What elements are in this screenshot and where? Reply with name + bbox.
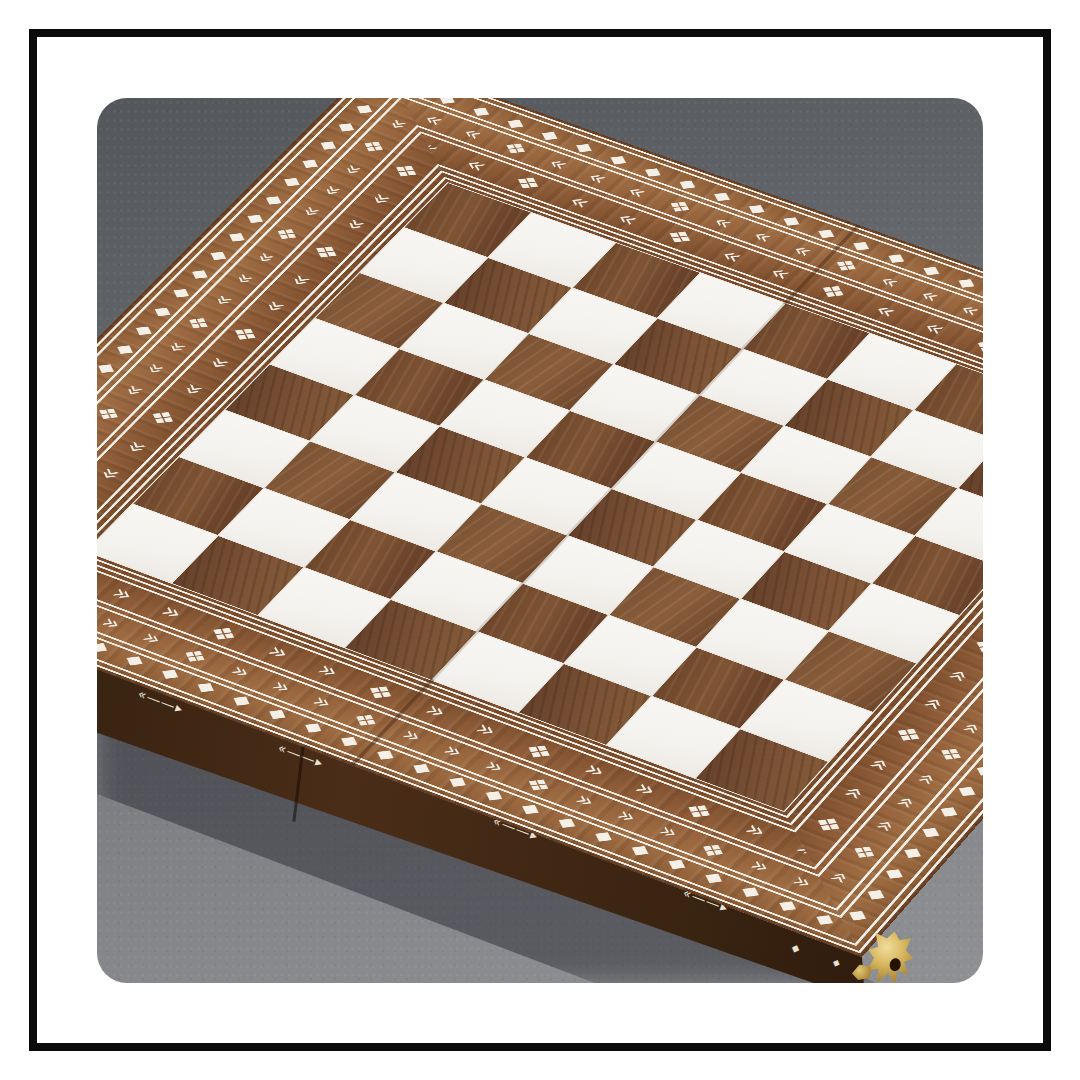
product-photo[interactable]: «――▸ «――▸ «――▸ «――▸ ◆ ◆ ◆◆◆◆◆◆◆◆◆◆◆◆◆◆◆◆…: [97, 98, 983, 983]
chevron-inlay-icon: «: [307, 693, 337, 714]
chevron-inlay-icon: «: [361, 189, 397, 208]
diamond-inlay-icon: ◆: [589, 829, 617, 847]
clover-inlay-icon: ❖: [204, 621, 245, 646]
diamond-inlay-icon: ◆: [736, 884, 764, 903]
diamond-inlay-icon: ◆: [97, 360, 119, 376]
diamond-inlay-icon: ◆: [954, 784, 983, 801]
chevron-inlay-icon: «: [479, 757, 509, 778]
diamond-inlay-icon: ◆: [625, 843, 653, 862]
chevron-inlay-icon: «: [138, 360, 172, 378]
diamond-inlay-icon: ◆: [330, 119, 358, 134]
clover-inlay-icon: ❖: [662, 196, 698, 217]
clover-inlay-icon: ❖: [177, 644, 214, 667]
chevron-inlay-icon: «: [628, 779, 661, 802]
chevron-inlay-icon: «: [544, 155, 572, 174]
diamond-inlay-icon: ◆: [849, 237, 875, 254]
diamond-inlay-icon: ◆: [918, 825, 948, 843]
diamond-inlay-icon: ◆: [312, 137, 340, 152]
diamond-inlay-icon: ◆: [972, 763, 983, 780]
diamond-inlay-icon: ◆: [773, 898, 801, 917]
diamond-inlay-icon: ◆: [120, 653, 148, 671]
diamond-inlay-icon: ◆: [184, 266, 213, 282]
diamond-inlay-icon: ◆: [155, 666, 183, 684]
chevron-inlay-icon: «: [788, 241, 816, 260]
chevron-inlay-icon: «: [612, 208, 643, 229]
chevron-inlay-icon: «: [569, 791, 599, 812]
chevron-inlay-icon: «: [716, 245, 747, 266]
diamond-inlay-icon: ◆: [884, 249, 910, 266]
diamond-inlay-icon: ◆: [165, 285, 194, 301]
clover-inlay-icon: ❖: [386, 160, 426, 183]
chevron-inlay-icon: «: [116, 437, 153, 457]
chevron-inlay-icon: «: [622, 182, 650, 201]
chevron-inlay-icon: «: [199, 353, 236, 372]
clover-inlay-icon: ❖: [966, 634, 983, 659]
clover-inlay-icon: ❖: [360, 679, 401, 705]
diamond-inlay-icon: ◆: [443, 774, 471, 792]
diamond-inlay-icon: ◆: [348, 101, 376, 116]
chevron-inlay-icon: «: [396, 726, 426, 747]
clover-inlay-icon: ❖: [143, 406, 184, 430]
chevron-inlay-icon: «: [916, 694, 954, 715]
page-background: «――▸ «――▸ «――▸ «――▸ ◆ ◆ ◆◆◆◆◆◆◆◆◆◆◆◆◆◆◆◆…: [0, 0, 1080, 1080]
chevron-inlay-icon: «: [97, 464, 127, 484]
chevron-inlay-icon: «: [335, 161, 368, 178]
chevron-inlay-icon: «: [578, 760, 611, 783]
clover-inlay-icon: ❖: [497, 138, 532, 159]
diamond-inlay-icon: ◆: [814, 225, 840, 242]
clover-inlay-icon: ❖: [931, 742, 970, 765]
chevron-inlay-icon: «: [709, 213, 737, 232]
clasp-keyhole: [888, 957, 901, 972]
chevron-inlay-icon: «: [281, 271, 318, 290]
clover-inlay-icon: ❖: [356, 136, 393, 157]
chevron-inlay-icon: «: [744, 856, 774, 877]
chevron-inlay-icon: «: [869, 817, 904, 836]
chevron-inlay-icon: «: [919, 317, 950, 338]
diamond-inlay-icon: ◆: [936, 804, 966, 821]
diamond-inlay-icon: ◆: [227, 693, 255, 711]
chevron-inlay-icon: «: [255, 296, 292, 315]
diamond-inlay-icon: ◆: [572, 139, 598, 155]
chevron-inlay-icon: «: [583, 168, 611, 187]
chevron-inlay-icon: «: [311, 661, 344, 684]
chevron-inlay-icon: «: [738, 820, 771, 843]
clover-inlay-icon: ❖: [180, 313, 217, 335]
chevron-inlay-icon: «: [915, 286, 943, 305]
diamond-inlay-icon: ◆: [221, 229, 250, 245]
diamond-inlay-icon: ◆: [469, 103, 495, 119]
clover-inlay-icon: ❖: [306, 241, 347, 264]
chevron-inlay-icon: «: [653, 822, 683, 843]
diamond-inlay-icon: ◆: [745, 200, 771, 216]
diamond-inlay-icon: ◆: [294, 155, 322, 171]
diamond-inlay-icon: ◆: [97, 379, 100, 395]
diamond-inlay-icon: ◆: [844, 908, 874, 926]
chevron-inlay-icon: «: [976, 696, 983, 715]
diamond-inlay-icon: ◆: [407, 761, 435, 779]
clover-inlay-icon: ❖: [887, 722, 929, 747]
chevron-inlay-icon: «: [136, 629, 166, 650]
chevron-inlay-icon: «: [786, 872, 816, 893]
clover-inlay-icon: ❖: [519, 738, 560, 764]
chevron-inlay-icon: «: [765, 263, 796, 284]
diamond-inlay-icon: ◆: [699, 870, 727, 889]
diamond-inlay-icon: ◆: [370, 747, 398, 765]
diamond-inlay-icon: ◆: [779, 212, 805, 229]
chevron-inlay-icon: «: [294, 203, 327, 220]
clover-inlay-icon: ❖: [97, 403, 128, 425]
diamond-inlay-icon: ◆: [262, 707, 290, 725]
clover-inlay-icon: ❖: [225, 323, 266, 347]
diamond-inlay-icon: ◆: [641, 163, 667, 179]
chevron-inlay-icon: «: [823, 868, 858, 887]
chevron-inlay-icon: «: [248, 249, 281, 266]
diamond-inlay-icon: ◆: [146, 303, 175, 319]
diamond-inlay-icon: ◆: [863, 887, 893, 905]
chevron-inlay-icon: «: [116, 381, 150, 399]
clover-inlay-icon: ❖: [508, 171, 547, 194]
chevron-inlay-icon: «: [336, 215, 372, 234]
chevron-inlay-icon: «: [227, 270, 260, 287]
diamond-inlay-icon: ◆: [191, 680, 219, 698]
diamond-inlay-icon: ◆: [202, 247, 231, 263]
diamond-inlay-icon: ◆: [435, 98, 461, 107]
diamond-inlay-icon: ◆: [675, 175, 701, 191]
chevron-inlay-icon: «: [206, 291, 239, 309]
clover-inlay-icon: ❖: [813, 280, 852, 304]
diamond-inlay-icon: ◆: [257, 192, 286, 208]
clover-inlay-icon: ❖: [828, 255, 864, 277]
clover-inlay-icon: ❖: [269, 224, 306, 245]
chevron-inlay-icon: «: [225, 662, 255, 683]
diamond-inlay-icon: ◆: [503, 115, 529, 131]
chevron-inlay-icon: «: [97, 429, 103, 447]
chevron-inlay-icon: «: [458, 124, 486, 143]
chevron-inlay-icon: «: [748, 227, 776, 246]
diamond-inlay-icon: ◆: [516, 801, 544, 819]
clover-inlay-icon: ❖: [520, 773, 558, 797]
chevron-inlay-icon: «: [419, 111, 447, 130]
chevron-inlay-icon: «: [266, 677, 296, 698]
chevron-inlay-icon: «: [837, 783, 875, 804]
chevron-inlay-icon: «: [955, 719, 983, 738]
chevron-inlay-icon: «: [437, 742, 467, 763]
chevron-inlay-icon: «: [469, 720, 502, 743]
clover-inlay-icon: ❖: [679, 798, 720, 824]
chevron-inlay-icon: «: [611, 807, 641, 828]
chevron-inlay-icon: «: [261, 642, 294, 665]
clover-inlay-icon: ❖: [807, 811, 850, 837]
diamond-inlay-icon: ◆: [239, 210, 268, 226]
chevron-inlay-icon: «: [870, 300, 901, 321]
diamond-inlay-icon: ◆: [881, 866, 911, 884]
chevron-inlay-icon: «: [97, 614, 126, 634]
chevron-inlay-icon: «: [315, 182, 348, 199]
clover-inlay-icon: ❖: [844, 840, 883, 864]
chevron-inlay-icon: «: [418, 701, 451, 724]
clover-inlay-icon: ❖: [348, 708, 385, 732]
diamond-inlay-icon: ◆: [298, 720, 326, 738]
chevron-inlay-icon: «: [910, 770, 945, 789]
diamond-inlay-icon: ◆: [954, 274, 980, 291]
chevron-inlay-icon: «: [862, 755, 900, 776]
clover-inlay-icon: ❖: [968, 335, 983, 359]
clover-inlay-icon: ❖: [695, 838, 733, 862]
diamond-inlay-icon: ◆: [606, 151, 632, 167]
diamond-inlay-icon: ◆: [662, 856, 690, 875]
diamond-inlay-icon: ◆: [552, 815, 580, 833]
diamond-inlay-icon: ◆: [97, 640, 112, 658]
chevron-inlay-icon: «: [173, 379, 210, 399]
clover-inlay-icon: ❖: [660, 225, 699, 249]
clover-inlay-icon: ❖: [97, 490, 100, 514]
chevron-inlay-icon: «: [875, 272, 903, 291]
diamond-inlay-icon: ◆: [810, 912, 838, 931]
diamond-inlay-icon: ◆: [479, 788, 507, 806]
chevron-inlay-icon: «: [105, 584, 138, 606]
chevron-inlay-icon: «: [461, 155, 492, 176]
diamond-inlay-icon: ◆: [710, 188, 736, 204]
diamond-inlay-icon: ◆: [900, 845, 930, 863]
chevron-inlay-icon: «: [380, 116, 413, 133]
diamond-inlay-icon: ◆: [276, 174, 305, 190]
chevron-inlay-icon: «: [159, 338, 193, 356]
diamond-inlay-icon: ◆: [127, 322, 156, 338]
chevron-inlay-icon: «: [154, 602, 187, 624]
chevron-inlay-icon: «: [956, 300, 983, 319]
diamond-inlay-icon: ◆: [109, 341, 138, 357]
chevron-inlay-icon: «: [564, 191, 595, 212]
diamond-inlay-icon: ◆: [538, 127, 564, 143]
chevron-inlay-icon: «: [941, 666, 979, 687]
chevron-inlay-icon: «: [890, 793, 925, 812]
diamond-inlay-icon: ◆: [334, 734, 362, 752]
diamond-inlay-icon: ◆: [919, 262, 945, 279]
